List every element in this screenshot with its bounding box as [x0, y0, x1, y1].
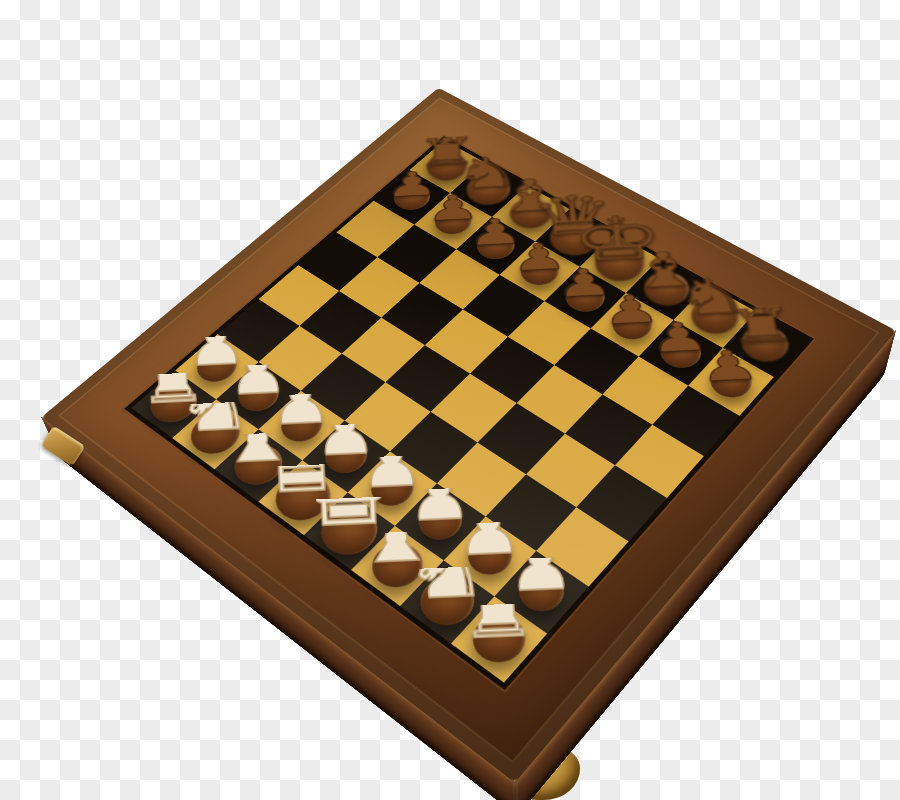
piece-black-pawn-h7: ♟ — [688, 348, 774, 416]
chess-board: ♜♞♝♛♚♝♞♜♟♟♟♟♟♟♟♟♟♟♟♟♟♟♟♟♜♞♝♛♚♝♞♜ — [41, 88, 896, 783]
chess-set-photo: ♜♞♝♛♚♝♞♜♟♟♟♟♟♟♟♟♟♟♟♟♟♟♟♟♜♞♝♛♚♝♞♜ — [0, 0, 900, 800]
pieces-layer: ♜♞♝♛♚♝♞♜♟♟♟♟♟♟♟♟♟♟♟♟♟♟♟♟♜♞♝♛♚♝♞♜ — [41, 87, 897, 782]
white-rook-glyph: ♜ — [393, 559, 602, 652]
piece-white-rook-h1: ♜ — [451, 596, 547, 682]
